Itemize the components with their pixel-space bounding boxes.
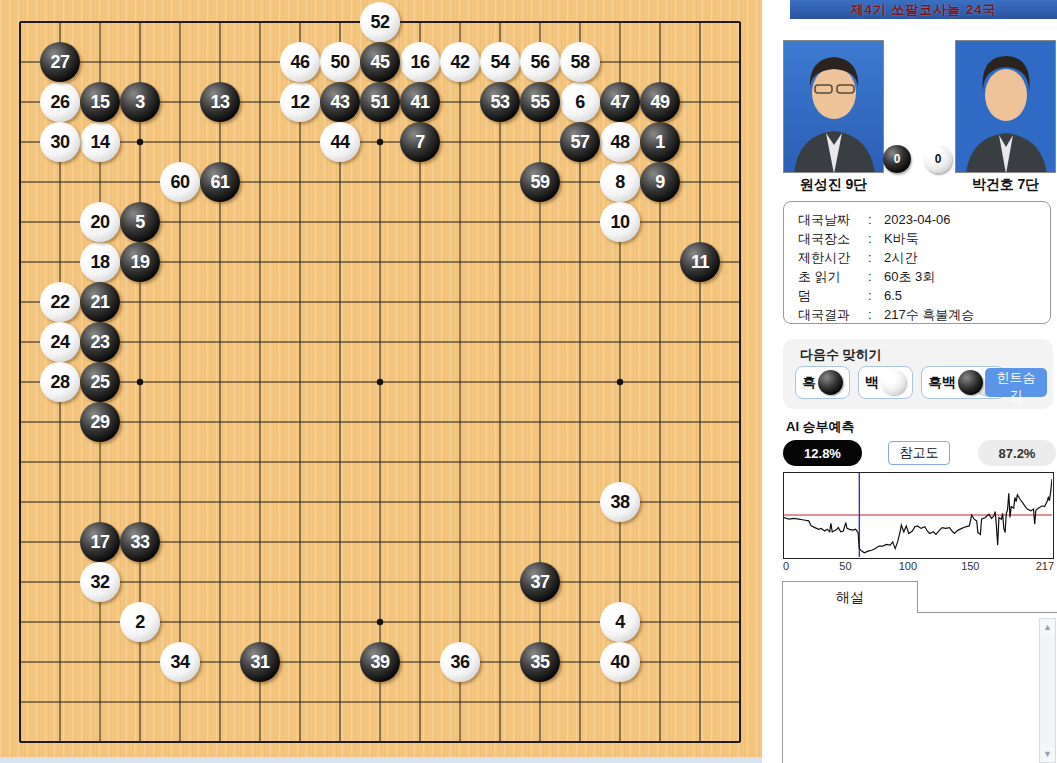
guess-white-button[interactable]: 백: [858, 366, 913, 399]
ai-prediction-title: AI 승부예측: [786, 418, 855, 436]
stone-move-9[interactable]: 9: [640, 162, 680, 202]
stone-move-14[interactable]: 14: [80, 122, 120, 162]
game-title: 제4기 쏘팔코사놀 24국: [851, 1, 997, 19]
info-row: 초 읽기:60초 3회: [798, 267, 1050, 286]
stone-move-49[interactable]: 49: [640, 82, 680, 122]
stone-move-1[interactable]: 1: [640, 122, 680, 162]
stone-move-25[interactable]: 25: [80, 362, 120, 402]
quiz-title: 다음수 맞히기: [800, 346, 882, 364]
board-bottom-strip: [0, 757, 762, 763]
game-info-box: 대국날짜:2023-04-06대국장소:K바둑제한시간:2시간초 읽기:60초 …: [783, 201, 1051, 324]
stone-move-52[interactable]: 52: [360, 2, 400, 42]
commentary-scrollbar[interactable]: ▲ ▼: [1039, 618, 1056, 763]
stone-move-57[interactable]: 57: [560, 122, 600, 162]
stone-move-53[interactable]: 53: [480, 82, 520, 122]
stone-move-33[interactable]: 33: [120, 522, 160, 562]
stone-move-11[interactable]: 11: [680, 242, 720, 282]
stone-move-51[interactable]: 51: [360, 82, 400, 122]
stone-move-46[interactable]: 46: [280, 42, 320, 82]
info-row: 대국장소:K바둑: [798, 229, 1050, 248]
stone-move-32[interactable]: 32: [80, 562, 120, 602]
next-move-quiz-panel: 다음수 맞히기 흑 백 흑백 힌트숨김: [783, 339, 1053, 409]
go-board[interactable]: 1234567891011121314151617181920212223242…: [0, 0, 762, 757]
stone-move-29[interactable]: 29: [80, 402, 120, 442]
stone-move-18[interactable]: 18: [80, 242, 120, 282]
black-player-photo: [783, 40, 884, 173]
info-row: 덤:6.5: [798, 286, 1050, 305]
stone-move-50[interactable]: 50: [320, 42, 360, 82]
stone-move-42[interactable]: 42: [440, 42, 480, 82]
stone-move-17[interactable]: 17: [80, 522, 120, 562]
winrate-graph[interactable]: [783, 472, 1054, 559]
x-tick-label: 50: [839, 560, 851, 572]
stone-move-41[interactable]: 41: [400, 82, 440, 122]
white-player-photo: [955, 40, 1056, 173]
stone-move-47[interactable]: 47: [600, 82, 640, 122]
stone-move-8[interactable]: 8: [600, 162, 640, 202]
stone-move-20[interactable]: 20: [80, 202, 120, 242]
hint-toggle-button[interactable]: 힌트숨김: [985, 368, 1047, 397]
info-row: 대국날짜:2023-04-06: [798, 210, 1050, 229]
scroll-up-icon[interactable]: ▲: [1040, 619, 1055, 635]
stone-move-30[interactable]: 30: [40, 122, 80, 162]
stone-move-27[interactable]: 27: [40, 42, 80, 82]
stone-move-58[interactable]: 58: [560, 42, 600, 82]
black-stone-icon: [818, 370, 843, 395]
stone-move-3[interactable]: 3: [120, 82, 160, 122]
stone-move-23[interactable]: 23: [80, 322, 120, 362]
x-tick-label: 150: [961, 560, 979, 572]
stone-move-28[interactable]: 28: [40, 362, 80, 402]
stone-move-15[interactable]: 15: [80, 82, 120, 122]
scroll-down-icon[interactable]: ▼: [1040, 746, 1055, 762]
stone-move-19[interactable]: 19: [120, 242, 160, 282]
graph-x-axis-ticks: 050100150217: [783, 560, 1054, 574]
stone-move-59[interactable]: 59: [520, 162, 560, 202]
info-row: 대국결과:217수 흑불계승: [798, 305, 1050, 324]
stones-layer: 1234567891011121314151617181920212223242…: [0, 2, 760, 762]
stone-move-48[interactable]: 48: [600, 122, 640, 162]
stone-move-40[interactable]: 40: [600, 642, 640, 682]
guess-black-button[interactable]: 흑: [795, 366, 850, 399]
stone-move-6[interactable]: 6: [560, 82, 600, 122]
stone-move-44[interactable]: 44: [320, 122, 360, 162]
white-captures-badge: 0: [924, 145, 952, 173]
stone-move-38[interactable]: 38: [600, 482, 640, 522]
stone-move-37[interactable]: 37: [520, 562, 560, 602]
stone-move-2[interactable]: 2: [120, 602, 160, 642]
stone-move-4[interactable]: 4: [600, 602, 640, 642]
stone-move-39[interactable]: 39: [360, 642, 400, 682]
reference-diagram-button[interactable]: 참고도: [888, 441, 950, 465]
x-tick-label: 0: [783, 560, 789, 572]
stone-move-26[interactable]: 26: [40, 82, 80, 122]
stone-move-22[interactable]: 22: [40, 282, 80, 322]
stone-move-7[interactable]: 7: [400, 122, 440, 162]
game-title-bar: 제4기 쏘팔코사놀 24국: [790, 0, 1057, 19]
commentary-tab[interactable]: 해설: [782, 581, 918, 613]
white-player-name: 박건호 7단: [955, 176, 1056, 194]
stone-move-12[interactable]: 12: [280, 82, 320, 122]
black-winrate-pill: 12.8%: [783, 440, 862, 466]
stone-move-34[interactable]: 34: [160, 642, 200, 682]
stone-move-55[interactable]: 55: [520, 82, 560, 122]
stone-move-35[interactable]: 35: [520, 642, 560, 682]
stone-move-61[interactable]: 61: [200, 162, 240, 202]
stone-move-24[interactable]: 24: [40, 322, 80, 362]
stone-move-54[interactable]: 54: [480, 42, 520, 82]
white-stone-icon: [881, 370, 906, 395]
stone-move-21[interactable]: 21: [80, 282, 120, 322]
commentary-panel: ▲ ▼: [782, 612, 1057, 763]
stone-move-36[interactable]: 36: [440, 642, 480, 682]
white-winrate-pill: 87.2%: [978, 440, 1056, 466]
x-tick-label: 217: [1036, 560, 1054, 572]
stone-move-56[interactable]: 56: [520, 42, 560, 82]
stone-move-60[interactable]: 60: [160, 162, 200, 202]
black-player-name: 원성진 9단: [783, 176, 884, 194]
stone-move-13[interactable]: 13: [200, 82, 240, 122]
stone-move-45[interactable]: 45: [360, 42, 400, 82]
x-tick-label: 100: [899, 560, 917, 572]
info-row: 제한시간:2시간: [798, 248, 1050, 267]
stone-move-5[interactable]: 5: [120, 202, 160, 242]
stone-move-31[interactable]: 31: [240, 642, 280, 682]
stone-move-43[interactable]: 43: [320, 82, 360, 122]
black-captures-badge: 0: [883, 145, 911, 173]
stone-move-10[interactable]: 10: [600, 202, 640, 242]
stone-move-16[interactable]: 16: [400, 42, 440, 82]
